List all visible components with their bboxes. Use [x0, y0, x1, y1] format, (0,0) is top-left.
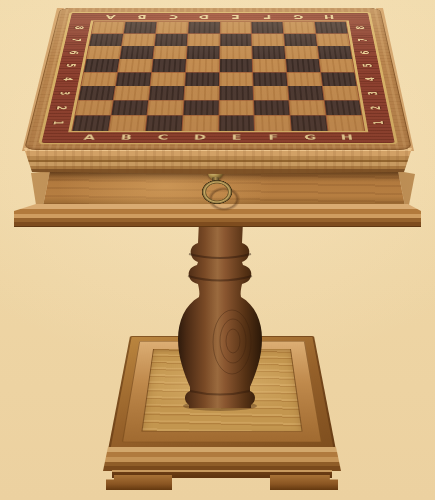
- square-f1[interactable]: [255, 116, 291, 131]
- square-c1[interactable]: [146, 116, 183, 131]
- square-a8[interactable]: [92, 22, 125, 34]
- file-label-g: G: [291, 132, 329, 143]
- square-b6[interactable]: [120, 46, 154, 59]
- rank-label-3: 3: [47, 88, 84, 97]
- chess-table-photo: ABCDEFGH ABCDEFGH 87654321 87654321: [0, 0, 435, 500]
- rank-label-7: 7: [60, 36, 94, 44]
- file-label-f: F: [255, 132, 292, 143]
- file-label-back-d: D: [188, 13, 220, 21]
- rank-label-right-4: 4: [352, 74, 388, 83]
- square-g4[interactable]: [287, 72, 322, 85]
- square-g8[interactable]: [283, 22, 315, 34]
- file-label-a: A: [70, 132, 109, 143]
- square-c2[interactable]: [147, 101, 183, 116]
- rank-label-6: 6: [57, 48, 92, 56]
- file-label-back-h: H: [313, 13, 345, 21]
- file-label-back-e: E: [220, 13, 251, 21]
- file-label-c: C: [144, 132, 182, 143]
- square-e7[interactable]: [220, 34, 252, 46]
- square-c8[interactable]: [156, 22, 188, 34]
- file-label-back-a: A: [94, 13, 127, 21]
- square-g5[interactable]: [286, 59, 320, 72]
- file-label-back-b: B: [126, 13, 158, 21]
- file-label-b: B: [107, 132, 145, 143]
- square-e8[interactable]: [220, 22, 251, 34]
- file-label-h: H: [328, 132, 366, 143]
- drawer-ring-pull[interactable]: [198, 177, 236, 207]
- square-c6[interactable]: [153, 46, 186, 59]
- rank-label-5: 5: [54, 61, 89, 70]
- file-label-d: D: [181, 132, 218, 143]
- square-b4[interactable]: [116, 72, 151, 85]
- square-b1[interactable]: [109, 116, 146, 131]
- square-d8[interactable]: [188, 22, 219, 34]
- rank-label-right-3: 3: [354, 88, 391, 97]
- rank-label-8: 8: [63, 24, 96, 32]
- square-g3[interactable]: [288, 86, 323, 100]
- rank-label-right-6: 6: [347, 48, 381, 56]
- square-f8[interactable]: [252, 22, 284, 34]
- square-e3[interactable]: [219, 86, 253, 100]
- square-d2[interactable]: [183, 101, 218, 116]
- square-g1[interactable]: [291, 116, 328, 131]
- file-labels-back: ABCDEFGH: [94, 13, 345, 21]
- rank-label-2: 2: [43, 103, 81, 113]
- square-e1[interactable]: [219, 116, 255, 131]
- rank-label-4: 4: [50, 74, 86, 83]
- base-foot-left: [106, 475, 172, 490]
- square-d1[interactable]: [182, 116, 218, 131]
- square-f5[interactable]: [253, 59, 286, 72]
- rank-label-right-7: 7: [345, 36, 379, 44]
- file-label-back-g: G: [282, 13, 314, 21]
- rank-label-right-8: 8: [343, 24, 376, 32]
- square-e5[interactable]: [220, 59, 253, 72]
- square-c4[interactable]: [150, 72, 184, 85]
- board-grid: [72, 22, 364, 131]
- square-d5[interactable]: [186, 59, 219, 72]
- square-e2[interactable]: [219, 101, 254, 116]
- base-foot-right: [270, 475, 338, 490]
- square-g7[interactable]: [284, 34, 317, 46]
- square-d7[interactable]: [187, 34, 219, 46]
- file-label-back-c: C: [157, 13, 189, 21]
- pedestal-column: [159, 221, 283, 413]
- square-f2[interactable]: [254, 101, 289, 116]
- square-d4[interactable]: [185, 72, 219, 85]
- square-e4[interactable]: [219, 72, 253, 85]
- rank-label-right-2: 2: [356, 103, 393, 113]
- square-f3[interactable]: [254, 86, 289, 100]
- square-f6[interactable]: [253, 46, 286, 59]
- rank-label-right-5: 5: [349, 61, 384, 70]
- square-c5[interactable]: [152, 59, 186, 72]
- square-f4[interactable]: [253, 72, 287, 85]
- file-labels-front: ABCDEFGH: [70, 132, 366, 143]
- square-d3[interactable]: [184, 86, 218, 100]
- rank-label-right-1: 1: [359, 118, 397, 128]
- square-b5[interactable]: [118, 59, 152, 72]
- square-f7[interactable]: [252, 34, 284, 46]
- square-c3[interactable]: [149, 86, 184, 100]
- square-b2[interactable]: [111, 101, 147, 116]
- board-top: ABCDEFGH ABCDEFGH 87654321 87654321: [24, 8, 412, 150]
- square-b3[interactable]: [114, 86, 150, 100]
- file-label-e: E: [218, 132, 255, 143]
- square-e6[interactable]: [220, 46, 252, 59]
- square-a4[interactable]: [81, 72, 117, 85]
- square-b7[interactable]: [122, 34, 155, 46]
- square-g6[interactable]: [285, 46, 318, 59]
- square-a5[interactable]: [84, 59, 119, 72]
- square-d6[interactable]: [186, 46, 219, 59]
- square-c7[interactable]: [155, 34, 188, 46]
- rank-label-1: 1: [40, 118, 78, 128]
- file-label-back-f: F: [251, 13, 283, 21]
- square-g2[interactable]: [290, 101, 326, 116]
- square-b8[interactable]: [124, 22, 156, 34]
- square-a6[interactable]: [87, 46, 121, 59]
- square-a7[interactable]: [89, 34, 123, 46]
